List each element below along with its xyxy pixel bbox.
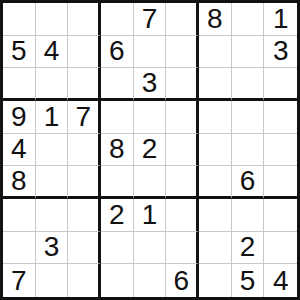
cell-r1c6[interactable] [166, 3, 199, 36]
cell-r5c5[interactable]: 2 [134, 134, 167, 167]
cell-r1c5[interactable]: 7 [134, 3, 167, 36]
cell-r7c9[interactable] [264, 199, 297, 232]
cell-r1c8[interactable] [232, 3, 265, 36]
cell-r2c7[interactable] [199, 36, 232, 69]
cell-r8c8[interactable]: 2 [232, 232, 265, 265]
cell-r9c3[interactable] [68, 264, 101, 297]
cell-r7c4[interactable]: 2 [101, 199, 134, 232]
cell-r2c5[interactable] [134, 36, 167, 69]
cell-r6c3[interactable] [68, 166, 101, 199]
cell-r2c4[interactable]: 6 [101, 36, 134, 69]
cell-r9c8[interactable]: 5 [232, 264, 265, 297]
cell-r2c3[interactable] [68, 36, 101, 69]
cell-r5c2[interactable] [36, 134, 69, 167]
cell-r3c6[interactable] [166, 68, 199, 101]
cell-r5c4[interactable]: 8 [101, 134, 134, 167]
cell-r5c1[interactable]: 4 [3, 134, 36, 167]
cell-r9c4[interactable] [101, 264, 134, 297]
cell-r1c9[interactable]: 1 [264, 3, 297, 36]
cell-r6c4[interactable] [101, 166, 134, 199]
cell-r4c6[interactable] [166, 101, 199, 134]
cell-r1c1[interactable] [3, 3, 36, 36]
cell-r5c6[interactable] [166, 134, 199, 167]
cell-r6c1[interactable]: 8 [3, 166, 36, 199]
cell-r3c2[interactable] [36, 68, 69, 101]
cell-r7c6[interactable] [166, 199, 199, 232]
cell-r2c1[interactable]: 5 [3, 36, 36, 69]
cell-r9c7[interactable] [199, 264, 232, 297]
cell-r7c5[interactable]: 1 [134, 199, 167, 232]
cell-r1c4[interactable] [101, 3, 134, 36]
cell-r7c7[interactable] [199, 199, 232, 232]
cell-r8c3[interactable] [68, 232, 101, 265]
cell-r6c9[interactable] [264, 166, 297, 199]
cell-r2c9[interactable]: 3 [264, 36, 297, 69]
cell-r6c5[interactable] [134, 166, 167, 199]
cell-r4c3[interactable]: 7 [68, 101, 101, 134]
cell-r1c2[interactable] [36, 3, 69, 36]
cell-r5c8[interactable] [232, 134, 265, 167]
cell-r3c1[interactable] [3, 68, 36, 101]
cell-r8c7[interactable] [199, 232, 232, 265]
cell-r8c5[interactable] [134, 232, 167, 265]
cell-r6c2[interactable] [36, 166, 69, 199]
cell-r9c2[interactable] [36, 264, 69, 297]
cell-r9c6[interactable]: 6 [166, 264, 199, 297]
cell-r4c9[interactable] [264, 101, 297, 134]
cell-r6c7[interactable] [199, 166, 232, 199]
cell-r3c3[interactable] [68, 68, 101, 101]
cell-r7c1[interactable] [3, 199, 36, 232]
cell-r5c3[interactable] [68, 134, 101, 167]
cell-r4c7[interactable] [199, 101, 232, 134]
cell-r8c9[interactable] [264, 232, 297, 265]
cell-r6c6[interactable] [166, 166, 199, 199]
cell-r8c1[interactable] [3, 232, 36, 265]
cell-r9c1[interactable]: 7 [3, 264, 36, 297]
cell-r9c5[interactable] [134, 264, 167, 297]
cell-r4c1[interactable]: 9 [3, 101, 36, 134]
sudoku-board: 781546339174828621327654 [0, 0, 300, 300]
cell-r3c9[interactable] [264, 68, 297, 101]
cell-r4c5[interactable] [134, 101, 167, 134]
cell-r9c9[interactable]: 4 [264, 264, 297, 297]
cell-r2c2[interactable]: 4 [36, 36, 69, 69]
cell-r3c5[interactable]: 3 [134, 68, 167, 101]
cell-r7c2[interactable] [36, 199, 69, 232]
cell-r1c3[interactable] [68, 3, 101, 36]
cell-r8c2[interactable]: 3 [36, 232, 69, 265]
cell-r8c4[interactable] [101, 232, 134, 265]
cell-r4c2[interactable]: 1 [36, 101, 69, 134]
cell-r3c7[interactable] [199, 68, 232, 101]
cell-r2c8[interactable] [232, 36, 265, 69]
cell-r7c3[interactable] [68, 199, 101, 232]
cell-r3c4[interactable] [101, 68, 134, 101]
cell-r5c7[interactable] [199, 134, 232, 167]
cell-r5c9[interactable] [264, 134, 297, 167]
cell-r4c4[interactable] [101, 101, 134, 134]
cell-r6c8[interactable]: 6 [232, 166, 265, 199]
cell-r2c6[interactable] [166, 36, 199, 69]
cell-r3c8[interactable] [232, 68, 265, 101]
cell-r1c7[interactable]: 8 [199, 3, 232, 36]
cell-r4c8[interactable] [232, 101, 265, 134]
cell-r8c6[interactable] [166, 232, 199, 265]
cell-r7c8[interactable] [232, 199, 265, 232]
